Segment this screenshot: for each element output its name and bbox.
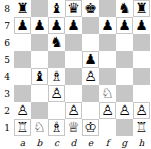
square-d5[interactable] bbox=[65, 51, 82, 68]
square-b3[interactable] bbox=[31, 85, 48, 102]
square-a2[interactable]: ♙ bbox=[14, 102, 31, 119]
square-h7[interactable]: ♟ bbox=[133, 17, 150, 34]
file-label-a: a bbox=[14, 136, 31, 149]
piece-black-rook[interactable]: ♜ bbox=[134, 1, 149, 16]
square-c5[interactable] bbox=[48, 51, 65, 68]
square-c4[interactable]: ♗ bbox=[48, 68, 65, 85]
piece-white-knight[interactable]: ♘ bbox=[32, 120, 47, 135]
piece-black-bishop[interactable]: ♝ bbox=[49, 1, 64, 16]
piece-black-pawn[interactable]: ♟ bbox=[117, 18, 132, 33]
square-f5[interactable] bbox=[99, 51, 116, 68]
rank-label-3: 3 bbox=[0, 85, 14, 102]
square-d3[interactable] bbox=[65, 85, 82, 102]
square-a5[interactable] bbox=[14, 51, 31, 68]
piece-white-pawn[interactable]: ♙ bbox=[49, 86, 64, 101]
square-f4[interactable] bbox=[99, 68, 116, 85]
rank-label-8: 8 bbox=[0, 0, 14, 17]
square-b5[interactable] bbox=[31, 51, 48, 68]
piece-white-pawn[interactable]: ♙ bbox=[117, 103, 132, 118]
square-f6[interactable] bbox=[99, 34, 116, 51]
piece-black-pawn[interactable]: ♟ bbox=[66, 18, 81, 33]
square-h1[interactable]: ♖ bbox=[133, 119, 150, 136]
square-e7[interactable] bbox=[82, 17, 99, 34]
square-h8[interactable]: ♜ bbox=[133, 0, 150, 17]
piece-black-pawn[interactable]: ♟ bbox=[83, 52, 98, 67]
piece-black-pawn[interactable]: ♟ bbox=[134, 18, 149, 33]
rank-label-6: 6 bbox=[0, 34, 14, 51]
square-e4[interactable]: ♙ bbox=[82, 68, 99, 85]
square-f7[interactable]: ♟ bbox=[99, 17, 116, 34]
piece-black-bishop[interactable]: ♝ bbox=[32, 69, 47, 84]
file-label-h: h bbox=[133, 136, 150, 149]
piece-white-king[interactable]: ♔ bbox=[83, 120, 98, 135]
square-b4[interactable]: ♝ bbox=[31, 68, 48, 85]
piece-black-pawn[interactable]: ♟ bbox=[15, 18, 30, 33]
square-g1[interactable] bbox=[116, 119, 133, 136]
square-e1[interactable]: ♔ bbox=[82, 119, 99, 136]
chess-diagram: 87654321 ♜♝♛♚♞♜♟♟♟♟♟♟♟♞♟♝♗♙♙♘♙♙♙♙♙♖♘♗♕♔♖… bbox=[0, 0, 151, 149]
square-d2[interactable]: ♙ bbox=[65, 102, 82, 119]
square-e3[interactable] bbox=[82, 85, 99, 102]
square-h3[interactable] bbox=[133, 85, 150, 102]
square-g8[interactable]: ♞ bbox=[116, 0, 133, 17]
piece-black-rook[interactable]: ♜ bbox=[15, 1, 30, 16]
square-e8[interactable]: ♚ bbox=[82, 0, 99, 17]
square-h4[interactable] bbox=[133, 68, 150, 85]
square-d7[interactable]: ♟ bbox=[65, 17, 82, 34]
piece-black-pawn[interactable]: ♟ bbox=[49, 18, 64, 33]
file-label-e: e bbox=[82, 136, 99, 149]
piece-white-pawn[interactable]: ♙ bbox=[134, 103, 149, 118]
piece-white-queen[interactable]: ♕ bbox=[66, 120, 81, 135]
rank-label-1: 1 bbox=[0, 119, 14, 136]
piece-black-pawn[interactable]: ♟ bbox=[32, 18, 47, 33]
square-g7[interactable]: ♟ bbox=[116, 17, 133, 34]
square-g4[interactable] bbox=[116, 68, 133, 85]
square-c2[interactable] bbox=[48, 102, 65, 119]
square-a4[interactable] bbox=[14, 68, 31, 85]
piece-black-queen[interactable]: ♛ bbox=[66, 1, 81, 16]
piece-white-pawn[interactable]: ♙ bbox=[66, 103, 81, 118]
square-d8[interactable]: ♛ bbox=[65, 0, 82, 17]
square-g2[interactable]: ♙ bbox=[116, 102, 133, 119]
square-a8[interactable]: ♜ bbox=[14, 0, 31, 17]
piece-white-knight[interactable]: ♘ bbox=[100, 86, 115, 101]
square-h5[interactable] bbox=[133, 51, 150, 68]
rank-label-4: 4 bbox=[0, 68, 14, 85]
square-f3[interactable]: ♘ bbox=[99, 85, 116, 102]
square-e5[interactable]: ♟ bbox=[82, 51, 99, 68]
square-b6[interactable] bbox=[31, 34, 48, 51]
square-c3[interactable]: ♙ bbox=[48, 85, 65, 102]
file-labels: abcdefgh bbox=[14, 136, 150, 149]
square-a7[interactable]: ♟ bbox=[14, 17, 31, 34]
square-h2[interactable]: ♙ bbox=[133, 102, 150, 119]
rank-label-2: 2 bbox=[0, 102, 14, 119]
square-g6[interactable] bbox=[116, 34, 133, 51]
rank-label-5: 5 bbox=[0, 51, 14, 68]
file-label-d: d bbox=[65, 136, 82, 149]
piece-white-pawn[interactable]: ♙ bbox=[15, 103, 30, 118]
square-d6[interactable] bbox=[65, 34, 82, 51]
corner-spacer bbox=[0, 136, 14, 149]
piece-black-knight[interactable]: ♞ bbox=[49, 35, 64, 50]
piece-white-pawn[interactable]: ♙ bbox=[100, 103, 115, 118]
square-b2[interactable] bbox=[31, 102, 48, 119]
square-d1[interactable]: ♕ bbox=[65, 119, 82, 136]
square-b7[interactable]: ♟ bbox=[31, 17, 48, 34]
square-f1[interactable] bbox=[99, 119, 116, 136]
square-e2[interactable] bbox=[82, 102, 99, 119]
piece-black-knight[interactable]: ♞ bbox=[117, 1, 132, 16]
file-label-c: c bbox=[48, 136, 65, 149]
piece-black-pawn[interactable]: ♟ bbox=[100, 18, 115, 33]
square-e6[interactable] bbox=[82, 34, 99, 51]
square-f2[interactable]: ♙ bbox=[99, 102, 116, 119]
square-b8[interactable] bbox=[31, 0, 48, 17]
square-a1[interactable]: ♖ bbox=[14, 119, 31, 136]
square-a6[interactable] bbox=[14, 34, 31, 51]
rank-labels: 87654321 bbox=[0, 0, 14, 136]
piece-white-pawn[interactable]: ♙ bbox=[83, 69, 98, 84]
square-d4[interactable] bbox=[65, 68, 82, 85]
square-c1[interactable]: ♗ bbox=[48, 119, 65, 136]
rank-label-7: 7 bbox=[0, 17, 14, 34]
square-c6[interactable]: ♞ bbox=[48, 34, 65, 51]
chess-board: ♜♝♛♚♞♜♟♟♟♟♟♟♟♞♟♝♗♙♙♘♙♙♙♙♙♖♘♗♕♔♖ bbox=[14, 0, 150, 136]
piece-white-rook[interactable]: ♖ bbox=[134, 120, 149, 135]
piece-black-king[interactable]: ♚ bbox=[83, 1, 98, 16]
square-h6[interactable] bbox=[133, 34, 150, 51]
file-label-b: b bbox=[31, 136, 48, 149]
square-c8[interactable]: ♝ bbox=[48, 0, 65, 17]
piece-white-bishop[interactable]: ♗ bbox=[49, 69, 64, 84]
square-a3[interactable] bbox=[14, 85, 31, 102]
square-g3[interactable] bbox=[116, 85, 133, 102]
file-label-f: f bbox=[99, 136, 116, 149]
file-label-g: g bbox=[116, 136, 133, 149]
square-g5[interactable] bbox=[116, 51, 133, 68]
piece-white-bishop[interactable]: ♗ bbox=[49, 120, 64, 135]
square-b1[interactable]: ♘ bbox=[31, 119, 48, 136]
square-f8[interactable] bbox=[99, 0, 116, 17]
piece-white-rook[interactable]: ♖ bbox=[15, 120, 30, 135]
square-c7[interactable]: ♟ bbox=[48, 17, 65, 34]
